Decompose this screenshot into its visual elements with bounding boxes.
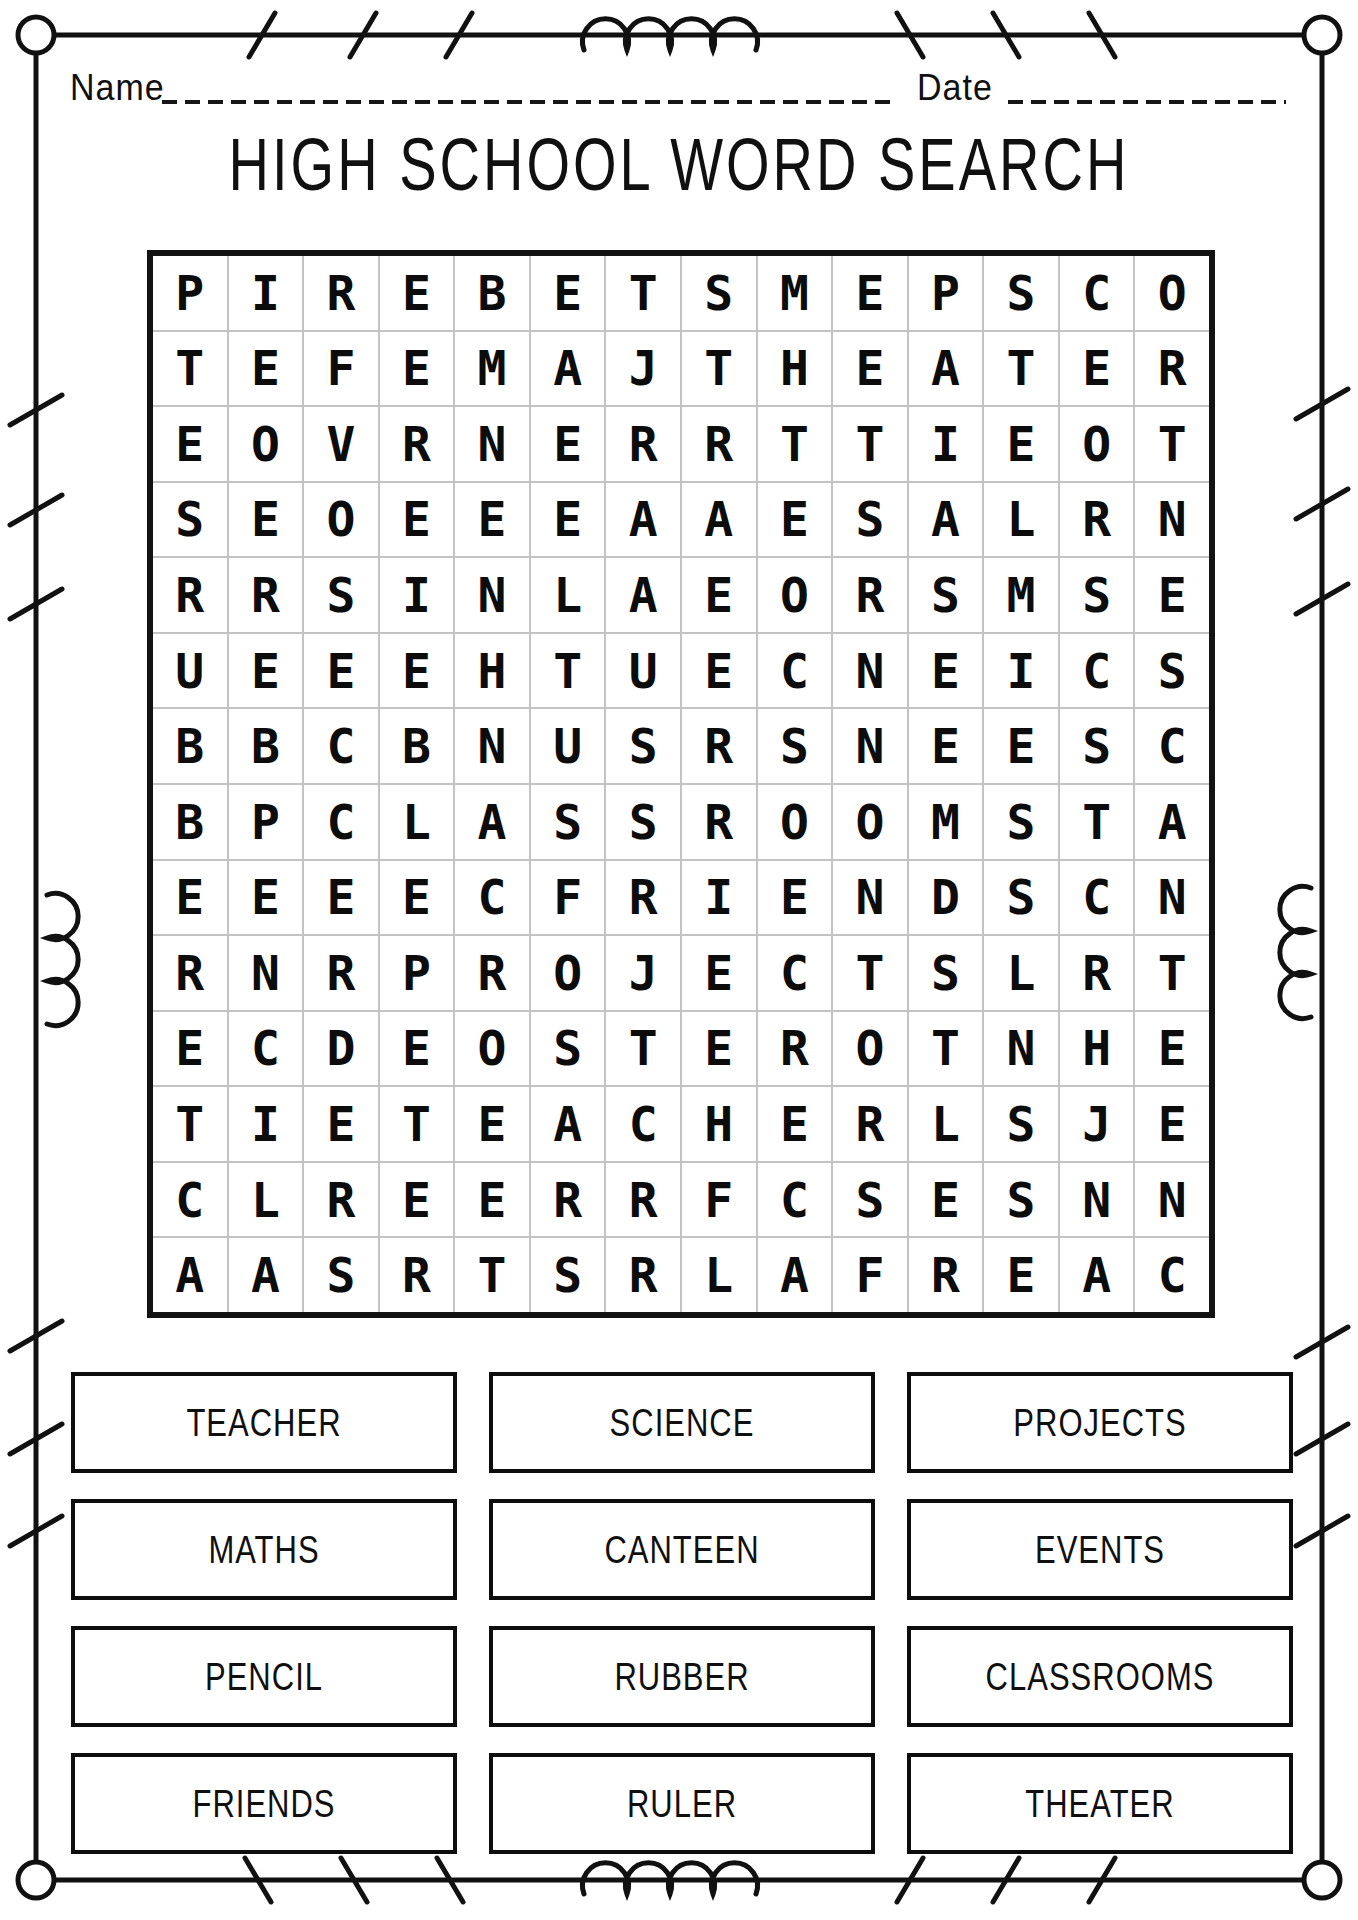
grid-cell[interactable]: N (833, 634, 907, 708)
grid-cell[interactable]: T (833, 936, 907, 1010)
grid-cell[interactable]: F (304, 332, 378, 406)
corner-circle-bottom-right (1304, 1862, 1340, 1898)
word-label: CLASSROOMS (986, 1654, 1215, 1699)
grid-cell[interactable]: S (909, 558, 983, 632)
word-box: PENCIL (71, 1626, 457, 1727)
grid-cell[interactable]: S (606, 785, 680, 859)
grid-cell[interactable]: E (304, 861, 378, 935)
grid-cell[interactable]: E (758, 483, 832, 557)
grid-cell[interactable]: E (682, 936, 756, 1010)
grid-cell[interactable]: A (909, 332, 983, 406)
grid-cell[interactable]: E (304, 1087, 378, 1161)
word-box: THEATER (907, 1753, 1293, 1854)
grid-cell[interactable]: R (606, 1238, 680, 1312)
date-label: Date (917, 66, 993, 109)
word-bank: TEACHERSCIENCEPROJECTSMATHSCANTEENEVENTS… (71, 1372, 1293, 1854)
grid-cell[interactable]: O (229, 407, 303, 481)
grid-cell[interactable]: A (1135, 785, 1209, 859)
grid-cell[interactable]: A (153, 1238, 227, 1312)
grid-cell[interactable]: T (833, 407, 907, 481)
grid-cell[interactable]: L (229, 1163, 303, 1237)
grid-cell[interactable]: E (229, 861, 303, 935)
page-title: HIGH SCHOOL WORD SEARCH (0, 121, 1358, 207)
grid-cell[interactable]: R (531, 1163, 605, 1237)
grid-cell[interactable]: A (758, 1238, 832, 1312)
word-search-grid: PIREBETSMEPSCOTEFEMAJTHEATEREOVRNERRTTIE… (147, 250, 1215, 1318)
grid-cell[interactable]: C (758, 936, 832, 1010)
grid-cell[interactable]: C (1135, 1238, 1209, 1312)
grid-cell[interactable]: E (833, 332, 907, 406)
grid-cell[interactable]: S (153, 483, 227, 557)
grid-cell[interactable]: O (455, 1012, 529, 1086)
grid-cell[interactable]: R (1135, 332, 1209, 406)
grid-cell[interactable]: N (984, 1012, 1058, 1086)
grid-cell[interactable]: T (682, 332, 756, 406)
grid-cell[interactable]: E (909, 709, 983, 783)
grid-cell[interactable]: R (153, 936, 227, 1010)
word-box: SCIENCE (489, 1372, 875, 1473)
grid-cell[interactable]: H (682, 1087, 756, 1161)
grid-cell[interactable]: B (380, 709, 454, 783)
grid-cell[interactable]: L (531, 558, 605, 632)
grid-cell[interactable]: E (380, 634, 454, 708)
word-box: CANTEEN (489, 1499, 875, 1600)
grid-cell[interactable]: N (1135, 483, 1209, 557)
name-input-line[interactable] (162, 100, 890, 104)
grid-cell[interactable]: B (229, 709, 303, 783)
grid-cell[interactable]: M (455, 332, 529, 406)
grid-cell[interactable]: A (606, 558, 680, 632)
grid-cell[interactable]: R (909, 1238, 983, 1312)
grid-cell[interactable]: E (682, 1012, 756, 1086)
grid-cell[interactable]: E (1060, 332, 1134, 406)
grid-cell[interactable]: E (153, 861, 227, 935)
grid-cell[interactable]: P (229, 785, 303, 859)
grid-cell[interactable]: E (984, 709, 1058, 783)
grid-cell[interactable]: T (606, 256, 680, 330)
word-box: FRIENDS (71, 1753, 457, 1854)
grid-cell[interactable]: E (984, 407, 1058, 481)
grid-cell[interactable]: O (1060, 407, 1134, 481)
grid-cell[interactable]: E (531, 256, 605, 330)
grid-cell[interactable]: H (758, 332, 832, 406)
grid-cell[interactable]: E (1135, 1012, 1209, 1086)
grid-cell[interactable]: M (909, 785, 983, 859)
grid-cell[interactable]: J (1060, 1087, 1134, 1161)
grid-cell[interactable]: C (304, 709, 378, 783)
grid-cell[interactable]: E (682, 634, 756, 708)
grid-cell[interactable]: N (455, 407, 529, 481)
word-label: THEATER (1025, 1781, 1174, 1826)
grid-cell[interactable]: R (606, 861, 680, 935)
grid-cell[interactable]: F (682, 1163, 756, 1237)
grid-cell[interactable]: E (229, 483, 303, 557)
grid-cell[interactable]: R (682, 785, 756, 859)
corner-circle-top-left (18, 17, 54, 53)
grid-cell[interactable]: R (380, 407, 454, 481)
grid-cell[interactable]: I (909, 407, 983, 481)
grid-cell[interactable]: B (153, 785, 227, 859)
grid-cell[interactable]: E (380, 861, 454, 935)
grid-cell[interactable]: O (833, 1012, 907, 1086)
squiggle-icon-left (47, 894, 78, 1026)
grid-cell[interactable]: U (153, 634, 227, 708)
grid-cell[interactable]: B (455, 256, 529, 330)
word-box: EVENTS (907, 1499, 1293, 1600)
grid-cell[interactable]: C (1060, 256, 1134, 330)
grid-cell[interactable]: E (984, 1238, 1058, 1312)
grid-cell[interactable]: E (380, 332, 454, 406)
grid-cell[interactable]: C (758, 634, 832, 708)
grid-cell[interactable]: S (984, 1087, 1058, 1161)
grid-cell[interactable]: E (531, 483, 605, 557)
grid-cell[interactable]: S (833, 483, 907, 557)
word-label: RULER (627, 1781, 737, 1826)
squiggle-icon-right (1280, 887, 1311, 1019)
word-label: CANTEEN (604, 1527, 759, 1572)
grid-cell[interactable]: P (909, 256, 983, 330)
grid-cell[interactable]: S (304, 1238, 378, 1312)
grid-cell[interactable]: T (758, 407, 832, 481)
grid-cell[interactable]: S (909, 936, 983, 1010)
grid-cell[interactable]: R (1060, 936, 1134, 1010)
grid-cell[interactable]: M (758, 256, 832, 330)
grid-cell[interactable]: C (758, 1163, 832, 1237)
grid-cell[interactable]: O (304, 483, 378, 557)
grid-cell[interactable]: L (984, 936, 1058, 1010)
word-label: FRIENDS (192, 1781, 335, 1826)
word-box: RULER (489, 1753, 875, 1854)
grid-cell[interactable]: S (531, 1012, 605, 1086)
grid-cell[interactable]: N (1135, 861, 1209, 935)
grid-cell[interactable]: E (380, 1012, 454, 1086)
grid-cell[interactable]: R (455, 936, 529, 1010)
grid-cell[interactable]: T (984, 332, 1058, 406)
grid-cell[interactable]: L (682, 1238, 756, 1312)
grid-cell[interactable]: N (455, 709, 529, 783)
grid-cell[interactable]: C (1135, 709, 1209, 783)
grid-cell[interactable]: E (758, 861, 832, 935)
grid-cell[interactable]: S (984, 256, 1058, 330)
grid-cell[interactable]: N (229, 936, 303, 1010)
grid-cell[interactable]: S (1060, 709, 1134, 783)
grid-cell[interactable]: C (153, 1163, 227, 1237)
grid-cell[interactable]: I (229, 1087, 303, 1161)
grid-cell[interactable]: E (153, 1012, 227, 1086)
grid-cell[interactable]: E (455, 1087, 529, 1161)
grid-cell[interactable]: L (380, 785, 454, 859)
grid-cell[interactable]: J (606, 936, 680, 1010)
grid-cell[interactable]: R (606, 1163, 680, 1237)
grid-cell[interactable]: N (1060, 1163, 1134, 1237)
grid-cell[interactable]: I (380, 558, 454, 632)
grid-cell[interactable]: T (1060, 785, 1134, 859)
grid-cell[interactable]: R (758, 1012, 832, 1086)
grid-cell[interactable]: E (909, 1163, 983, 1237)
grid-cell[interactable]: H (1060, 1012, 1134, 1086)
grid-cell[interactable]: A (606, 483, 680, 557)
name-label: Name (70, 66, 165, 109)
word-label: EVENTS (1035, 1527, 1165, 1572)
word-label: PROJECTS (1013, 1400, 1186, 1445)
grid-cell[interactable]: P (380, 936, 454, 1010)
grid-cell[interactable]: B (153, 709, 227, 783)
grid-cell[interactable]: T (909, 1012, 983, 1086)
grid-cell[interactable]: M (984, 558, 1058, 632)
grid-cell[interactable]: E (1135, 1087, 1209, 1161)
grid-cell[interactable]: S (682, 256, 756, 330)
grid-cell[interactable]: V (304, 407, 378, 481)
grid-cell[interactable]: T (455, 1238, 529, 1312)
grid-cell[interactable]: E (380, 483, 454, 557)
grid-cell[interactable]: E (758, 1087, 832, 1161)
grid-cell[interactable]: S (531, 1238, 605, 1312)
grid-cell[interactable]: S (984, 861, 1058, 935)
grid-cell[interactable]: E (909, 634, 983, 708)
grid-cell[interactable]: T (153, 332, 227, 406)
grid-cell[interactable]: O (833, 785, 907, 859)
worksheet-page: { "game": "word-search", "title": "HIGH … (0, 0, 1358, 1920)
grid-cell[interactable]: E (229, 332, 303, 406)
word-label: PENCIL (205, 1654, 323, 1699)
grid-cell[interactable]: E (380, 1163, 454, 1237)
word-label: MATHS (208, 1527, 319, 1572)
corner-circle-bottom-left (18, 1862, 54, 1898)
grid-cell[interactable]: A (531, 332, 605, 406)
grid-cell[interactable]: A (1060, 1238, 1134, 1312)
grid-cell[interactable]: A (531, 1087, 605, 1161)
word-label: RUBBER (614, 1654, 749, 1699)
grid-cell[interactable]: S (531, 785, 605, 859)
grid-cell[interactable]: F (531, 861, 605, 935)
grid-cell[interactable]: S (1060, 558, 1134, 632)
grid-cell[interactable]: R (1060, 483, 1134, 557)
grid-cell[interactable]: E (682, 558, 756, 632)
grid-cell[interactable]: A (909, 483, 983, 557)
grid-cell[interactable]: R (380, 1238, 454, 1312)
grid-cell[interactable]: R (682, 407, 756, 481)
word-box: PROJECTS (907, 1372, 1293, 1473)
word-box: CLASSROOMS (907, 1626, 1293, 1727)
grid-cell[interactable]: L (909, 1087, 983, 1161)
grid-cell[interactable]: E (153, 407, 227, 481)
grid-cell[interactable]: E (1135, 558, 1209, 632)
word-box: TEACHER (71, 1372, 457, 1473)
grid-cell[interactable]: D (304, 1012, 378, 1086)
grid-cell[interactable]: I (229, 256, 303, 330)
grid-cell[interactable]: C (455, 861, 529, 935)
grid-cell[interactable]: R (229, 558, 303, 632)
grid-cell[interactable]: S (984, 1163, 1058, 1237)
grid-cell[interactable]: C (304, 785, 378, 859)
word-label: SCIENCE (610, 1400, 755, 1445)
grid-cell[interactable]: T (380, 1087, 454, 1161)
grid-cell[interactable]: T (531, 634, 605, 708)
date-input-line[interactable] (1008, 100, 1286, 104)
grid-cell[interactable]: O (758, 558, 832, 632)
grid-cell[interactable]: U (531, 709, 605, 783)
grid-cell[interactable]: E (833, 256, 907, 330)
grid-cell[interactable]: S (833, 1163, 907, 1237)
grid-cell[interactable]: I (682, 861, 756, 935)
grid-cell[interactable]: T (606, 1012, 680, 1086)
grid-cell[interactable]: T (153, 1087, 227, 1161)
grid-cell[interactable]: N (455, 558, 529, 632)
grid-cell[interactable]: A (682, 483, 756, 557)
grid-cell[interactable]: U (606, 634, 680, 708)
grid-cell[interactable]: E (380, 256, 454, 330)
grid-cell[interactable]: R (682, 709, 756, 783)
grid-cell[interactable]: E (455, 1163, 529, 1237)
grid-cell[interactable]: R (304, 1163, 378, 1237)
grid-cell[interactable]: S (606, 709, 680, 783)
grid-cell[interactable]: N (1135, 1163, 1209, 1237)
grid-cell[interactable]: P (153, 256, 227, 330)
grid-cell[interactable]: E (304, 634, 378, 708)
grid-cell[interactable]: R (833, 558, 907, 632)
grid-cell[interactable]: T (1135, 407, 1209, 481)
grid-cell[interactable]: D (909, 861, 983, 935)
grid-cell[interactable]: C (229, 1012, 303, 1086)
grid-cell[interactable]: S (1135, 634, 1209, 708)
grid-cell[interactable]: S (304, 558, 378, 632)
grid-cell[interactable]: C (1060, 861, 1134, 935)
grid-cell[interactable]: C (606, 1087, 680, 1161)
corner-circle-top-right (1304, 17, 1340, 53)
word-label: TEACHER (186, 1400, 341, 1445)
grid-cell[interactable]: T (1135, 936, 1209, 1010)
grid-cell[interactable]: S (758, 709, 832, 783)
grid-cell[interactable]: C (1060, 634, 1134, 708)
word-box: RUBBER (489, 1626, 875, 1727)
grid-cell[interactable]: R (833, 1087, 907, 1161)
grid-cell[interactable]: E (531, 407, 605, 481)
grid-cell[interactable]: R (606, 407, 680, 481)
grid-cell[interactable]: A (229, 1238, 303, 1312)
grid-cell[interactable]: F (833, 1238, 907, 1312)
grid-cell[interactable]: L (984, 483, 1058, 557)
grid-cell[interactable]: R (304, 936, 378, 1010)
grid-cell[interactable]: I (984, 634, 1058, 708)
grid-cell[interactable]: S (984, 785, 1058, 859)
grid-cell[interactable]: O (758, 785, 832, 859)
grid-cell[interactable]: A (455, 785, 529, 859)
grid-cell[interactable]: J (606, 332, 680, 406)
grid-cell[interactable]: H (455, 634, 529, 708)
grid-cell[interactable]: E (455, 483, 529, 557)
grid-cell[interactable]: N (833, 709, 907, 783)
word-box: MATHS (71, 1499, 457, 1600)
grid-cell[interactable]: O (531, 936, 605, 1010)
grid-cell[interactable]: N (833, 861, 907, 935)
grid-cell[interactable]: R (304, 256, 378, 330)
grid-cell[interactable]: R (153, 558, 227, 632)
grid-cell[interactable]: E (229, 634, 303, 708)
grid-cell[interactable]: O (1135, 256, 1209, 330)
